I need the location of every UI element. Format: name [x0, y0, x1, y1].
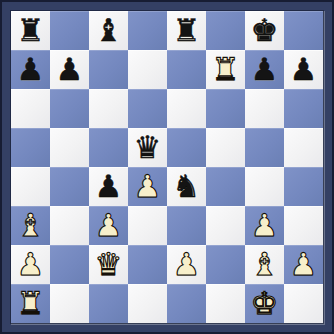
- square-c2[interactable]: ♛: [89, 245, 128, 284]
- square-g4[interactable]: [245, 167, 284, 206]
- square-f7[interactable]: ♜: [206, 50, 245, 89]
- square-a7[interactable]: ♟: [11, 50, 50, 89]
- square-d3[interactable]: [128, 206, 167, 245]
- square-d7[interactable]: [128, 50, 167, 89]
- square-f8[interactable]: [206, 11, 245, 50]
- square-a6[interactable]: [11, 89, 50, 128]
- piece-black-king[interactable]: ♚: [251, 11, 279, 50]
- square-c1[interactable]: [89, 284, 128, 323]
- piece-black-pawn[interactable]: ♟: [95, 167, 123, 206]
- square-f6[interactable]: [206, 89, 245, 128]
- piece-black-pawn[interactable]: ♟: [290, 50, 318, 89]
- square-d6[interactable]: [128, 89, 167, 128]
- piece-white-pawn[interactable]: ♟: [173, 245, 201, 284]
- square-c6[interactable]: [89, 89, 128, 128]
- square-b2[interactable]: [50, 245, 89, 284]
- piece-white-pawn[interactable]: ♟: [290, 245, 318, 284]
- piece-black-pawn[interactable]: ♟: [56, 50, 84, 89]
- square-g6[interactable]: [245, 89, 284, 128]
- square-a8[interactable]: ♜: [11, 11, 50, 50]
- square-h5[interactable]: [284, 128, 323, 167]
- square-g2[interactable]: ♝: [245, 245, 284, 284]
- board-frame: ♜♝♜♚♟♟♜♟♟♛♟♟♞♝♟♟♟♛♟♝♟♜♚: [0, 0, 334, 334]
- square-f2[interactable]: [206, 245, 245, 284]
- square-f3[interactable]: [206, 206, 245, 245]
- square-e5[interactable]: [167, 128, 206, 167]
- square-e1[interactable]: [167, 284, 206, 323]
- square-d8[interactable]: [128, 11, 167, 50]
- square-e2[interactable]: ♟: [167, 245, 206, 284]
- square-c5[interactable]: [89, 128, 128, 167]
- square-b3[interactable]: [50, 206, 89, 245]
- square-b1[interactable]: [50, 284, 89, 323]
- square-a3[interactable]: ♝: [11, 206, 50, 245]
- square-e4[interactable]: ♞: [167, 167, 206, 206]
- piece-black-rook[interactable]: ♜: [173, 11, 201, 50]
- square-e3[interactable]: [167, 206, 206, 245]
- square-b6[interactable]: [50, 89, 89, 128]
- piece-white-pawn[interactable]: ♟: [17, 245, 45, 284]
- square-b7[interactable]: ♟: [50, 50, 89, 89]
- square-a1[interactable]: ♜: [11, 284, 50, 323]
- square-h4[interactable]: [284, 167, 323, 206]
- square-g5[interactable]: [245, 128, 284, 167]
- square-b8[interactable]: [50, 11, 89, 50]
- square-c4[interactable]: ♟: [89, 167, 128, 206]
- square-c8[interactable]: ♝: [89, 11, 128, 50]
- piece-white-bishop[interactable]: ♝: [251, 245, 279, 284]
- square-g3[interactable]: ♟: [245, 206, 284, 245]
- piece-black-queen[interactable]: ♛: [134, 128, 162, 167]
- square-d5[interactable]: ♛: [128, 128, 167, 167]
- square-h2[interactable]: ♟: [284, 245, 323, 284]
- piece-white-pawn[interactable]: ♟: [134, 167, 162, 206]
- square-d1[interactable]: [128, 284, 167, 323]
- piece-black-knight[interactable]: ♞: [173, 167, 201, 206]
- piece-white-king[interactable]: ♚: [251, 284, 279, 323]
- piece-black-pawn[interactable]: ♟: [17, 50, 45, 89]
- square-e6[interactable]: [167, 89, 206, 128]
- square-d2[interactable]: [128, 245, 167, 284]
- piece-white-queen[interactable]: ♛: [95, 245, 123, 284]
- square-h6[interactable]: [284, 89, 323, 128]
- square-a2[interactable]: ♟: [11, 245, 50, 284]
- square-a5[interactable]: [11, 128, 50, 167]
- square-g1[interactable]: ♚: [245, 284, 284, 323]
- piece-black-bishop[interactable]: ♝: [95, 11, 123, 50]
- square-b5[interactable]: [50, 128, 89, 167]
- square-f4[interactable]: [206, 167, 245, 206]
- square-g7[interactable]: ♟: [245, 50, 284, 89]
- square-c7[interactable]: [89, 50, 128, 89]
- square-h7[interactable]: ♟: [284, 50, 323, 89]
- piece-white-pawn[interactable]: ♟: [251, 206, 279, 245]
- piece-white-rook[interactable]: ♜: [212, 50, 240, 89]
- chess-board: ♜♝♜♚♟♟♜♟♟♛♟♟♞♝♟♟♟♛♟♝♟♜♚: [11, 11, 323, 323]
- square-h8[interactable]: [284, 11, 323, 50]
- piece-black-rook[interactable]: ♜: [17, 11, 45, 50]
- piece-white-pawn[interactable]: ♟: [95, 206, 123, 245]
- square-a4[interactable]: [11, 167, 50, 206]
- square-e7[interactable]: [167, 50, 206, 89]
- square-d4[interactable]: ♟: [128, 167, 167, 206]
- piece-black-pawn[interactable]: ♟: [251, 50, 279, 89]
- square-h3[interactable]: [284, 206, 323, 245]
- square-f1[interactable]: [206, 284, 245, 323]
- square-h1[interactable]: [284, 284, 323, 323]
- piece-white-bishop[interactable]: ♝: [17, 206, 45, 245]
- square-e8[interactable]: ♜: [167, 11, 206, 50]
- piece-white-rook[interactable]: ♜: [17, 284, 45, 323]
- square-f5[interactable]: [206, 128, 245, 167]
- square-c3[interactable]: ♟: [89, 206, 128, 245]
- square-b4[interactable]: [50, 167, 89, 206]
- square-g8[interactable]: ♚: [245, 11, 284, 50]
